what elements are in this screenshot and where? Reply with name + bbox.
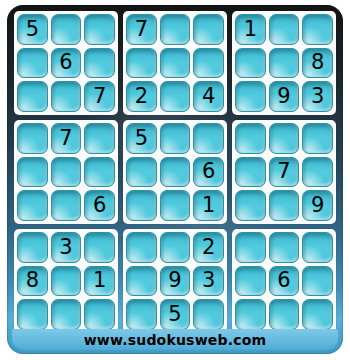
box-9: 6 — [232, 229, 336, 333]
cell-r5c3[interactable] — [84, 157, 115, 188]
cell-r5c4[interactable] — [126, 157, 157, 188]
box-8: 2935 — [123, 229, 227, 333]
cell-r6c4[interactable] — [126, 190, 157, 221]
sudoku-board: 5677241893765617938129356 — [14, 11, 336, 333]
cell-r5c1[interactable] — [17, 157, 48, 188]
box-7: 381 — [14, 229, 118, 333]
cell-r9c8[interactable] — [269, 299, 300, 330]
cell-r3c2[interactable] — [51, 81, 82, 112]
cell-r4c1[interactable] — [17, 123, 48, 154]
cell-r8c4[interactable] — [126, 266, 157, 297]
cell-r7c8[interactable] — [269, 232, 300, 263]
cell-r9c2[interactable] — [51, 299, 82, 330]
cell-r4c5[interactable] — [160, 123, 191, 154]
cell-r1c2[interactable] — [51, 14, 82, 45]
cell-r3c4[interactable]: 2 — [126, 81, 157, 112]
cell-r8c1[interactable]: 8 — [17, 266, 48, 297]
cell-r2c8[interactable] — [269, 48, 300, 79]
box-6: 79 — [232, 120, 336, 224]
website-url: www.sudokusweb.com — [84, 332, 267, 348]
cell-r3c5[interactable] — [160, 81, 191, 112]
cell-r7c9[interactable] — [302, 232, 333, 263]
cell-r2c5[interactable] — [160, 48, 191, 79]
cell-r6c5[interactable] — [160, 190, 191, 221]
cell-r7c6[interactable]: 2 — [193, 232, 224, 263]
cell-r5c8[interactable]: 7 — [269, 157, 300, 188]
cell-r1c1[interactable]: 5 — [17, 14, 48, 45]
cell-r7c3[interactable] — [84, 232, 115, 263]
cell-r2c9[interactable]: 8 — [302, 48, 333, 79]
cell-r2c7[interactable] — [235, 48, 266, 79]
cell-r5c2[interactable] — [51, 157, 82, 188]
cell-r8c5[interactable]: 9 — [160, 266, 191, 297]
cell-r4c6[interactable] — [193, 123, 224, 154]
cell-r4c8[interactable] — [269, 123, 300, 154]
cell-r1c3[interactable] — [84, 14, 115, 45]
cell-r3c7[interactable] — [235, 81, 266, 112]
cell-r9c9[interactable] — [302, 299, 333, 330]
cell-r1c5[interactable] — [160, 14, 191, 45]
cell-r8c6[interactable]: 3 — [193, 266, 224, 297]
cell-r3c6[interactable]: 4 — [193, 81, 224, 112]
cell-r1c9[interactable] — [302, 14, 333, 45]
cell-r8c2[interactable] — [51, 266, 82, 297]
cell-r3c3[interactable]: 7 — [84, 81, 115, 112]
cell-r2c2[interactable]: 6 — [51, 48, 82, 79]
cell-r8c9[interactable] — [302, 266, 333, 297]
cell-r4c2[interactable]: 7 — [51, 123, 82, 154]
cell-r2c1[interactable] — [17, 48, 48, 79]
cell-r7c4[interactable] — [126, 232, 157, 263]
cell-r8c3[interactable]: 1 — [84, 266, 115, 297]
cell-r3c1[interactable] — [17, 81, 48, 112]
cell-r3c9[interactable]: 3 — [302, 81, 333, 112]
cell-r1c6[interactable] — [193, 14, 224, 45]
cell-r6c9[interactable]: 9 — [302, 190, 333, 221]
cell-r1c4[interactable]: 7 — [126, 14, 157, 45]
cell-r4c3[interactable] — [84, 123, 115, 154]
cell-r2c6[interactable] — [193, 48, 224, 79]
sudoku-widget: 5677241893765617938129356 www.sudokusweb… — [0, 0, 350, 360]
cell-r6c3[interactable]: 6 — [84, 190, 115, 221]
cell-r6c2[interactable] — [51, 190, 82, 221]
cell-r9c6[interactable] — [193, 299, 224, 330]
footer-band: www.sudokusweb.com — [12, 329, 338, 350]
cell-r5c6[interactable]: 6 — [193, 157, 224, 188]
cell-r5c5[interactable] — [160, 157, 191, 188]
box-4: 76 — [14, 120, 118, 224]
box-5: 561 — [123, 120, 227, 224]
cell-r6c8[interactable] — [269, 190, 300, 221]
cell-r9c7[interactable] — [235, 299, 266, 330]
board-frame: 5677241893765617938129356 www.sudokusweb… — [7, 5, 343, 354]
cell-r4c7[interactable] — [235, 123, 266, 154]
box-3: 1893 — [232, 11, 336, 115]
cell-r5c7[interactable] — [235, 157, 266, 188]
cell-r6c1[interactable] — [17, 190, 48, 221]
cell-r9c4[interactable] — [126, 299, 157, 330]
cell-r9c1[interactable] — [17, 299, 48, 330]
box-1: 567 — [14, 11, 118, 115]
cell-r9c5[interactable]: 5 — [160, 299, 191, 330]
cell-r6c6[interactable]: 1 — [193, 190, 224, 221]
cell-r2c4[interactable] — [126, 48, 157, 79]
cell-r9c3[interactable] — [84, 299, 115, 330]
cell-r5c9[interactable] — [302, 157, 333, 188]
cell-r3c8[interactable]: 9 — [269, 81, 300, 112]
cell-r8c8[interactable]: 6 — [269, 266, 300, 297]
cell-r7c1[interactable] — [17, 232, 48, 263]
cell-r1c8[interactable] — [269, 14, 300, 45]
box-2: 724 — [123, 11, 227, 115]
cell-r8c7[interactable] — [235, 266, 266, 297]
cell-r4c4[interactable]: 5 — [126, 123, 157, 154]
cell-r4c9[interactable] — [302, 123, 333, 154]
cell-r7c5[interactable] — [160, 232, 191, 263]
cell-r7c2[interactable]: 3 — [51, 232, 82, 263]
cell-r7c7[interactable] — [235, 232, 266, 263]
cell-r1c7[interactable]: 1 — [235, 14, 266, 45]
cell-r6c7[interactable] — [235, 190, 266, 221]
cell-r2c3[interactable] — [84, 48, 115, 79]
